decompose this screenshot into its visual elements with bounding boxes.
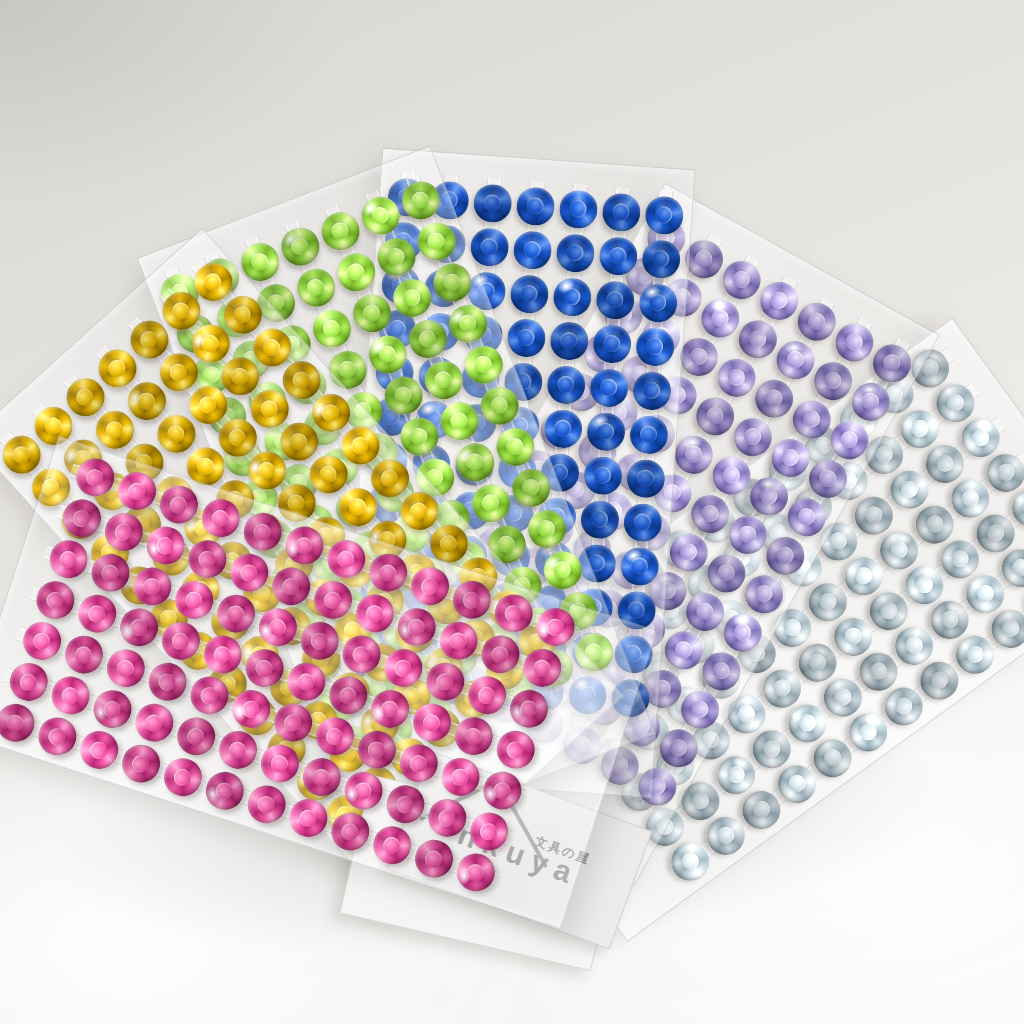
rhinestone-blue	[580, 499, 621, 540]
gem-facet	[296, 807, 319, 830]
gem-facet	[905, 636, 923, 654]
gem-facet	[170, 766, 194, 790]
gem-facet	[475, 684, 499, 708]
gem-facet	[394, 793, 416, 815]
gem-facet	[195, 548, 219, 572]
gem-facet	[606, 244, 629, 267]
gem-facet	[491, 646, 509, 664]
gem-facet	[714, 561, 738, 585]
rhinestone-blue	[626, 458, 667, 499]
rhinestone-pink	[184, 535, 232, 583]
rhinestone-pink	[58, 494, 106, 542]
gem-facet	[42, 415, 65, 438]
gem-facet	[360, 302, 383, 325]
gem-facet	[419, 576, 441, 598]
rhinestone-blue	[546, 365, 587, 406]
gem-facet	[853, 565, 873, 585]
gem-facet	[58, 684, 82, 708]
gem-facet	[281, 711, 305, 735]
rhinestone-blue	[509, 274, 550, 315]
gem-facet	[407, 752, 430, 775]
gem-facet	[433, 670, 457, 694]
gem-facet	[552, 417, 574, 439]
rhinestone-pink	[32, 576, 80, 624]
gem-facet	[289, 235, 311, 257]
gem-facet	[650, 248, 672, 270]
rhinestone-pink	[212, 590, 260, 638]
gem-facet	[308, 630, 330, 652]
gem-facet	[319, 401, 342, 424]
gem-facet	[689, 788, 713, 812]
gem-facet	[805, 309, 829, 333]
rhinestone-pink	[142, 522, 190, 570]
gem-facet	[167, 494, 189, 516]
gem-facet	[877, 598, 901, 622]
gem-facet	[783, 348, 807, 372]
rhinestone-blue	[469, 227, 510, 268]
rhinestone-pink	[155, 481, 203, 529]
gem-facet	[279, 575, 303, 599]
rhinestone-green	[356, 191, 405, 240]
rhinestone-pink	[410, 835, 458, 883]
gem-facet	[961, 488, 980, 507]
gem-facet	[381, 701, 398, 718]
gem-facet	[724, 763, 747, 786]
rhinestone-blue	[558, 189, 599, 230]
gem-facet	[439, 535, 457, 553]
gem-facet	[672, 638, 696, 662]
gem-facet	[487, 394, 511, 418]
gem-facet	[750, 798, 772, 820]
rhinestone-pink	[5, 658, 53, 706]
rhinestone-pink	[239, 508, 287, 556]
gem-facet	[821, 746, 845, 770]
rhinestone-pink	[479, 767, 527, 815]
gem-facet	[802, 409, 822, 429]
rhinestone-green	[403, 315, 452, 364]
gem-facet	[424, 850, 443, 869]
gem-facet	[136, 390, 157, 411]
gem-facet	[568, 199, 588, 219]
gem-facet	[559, 331, 578, 350]
rhinestone-pink	[285, 794, 333, 842]
rhinestone-pink	[131, 699, 179, 747]
gem-facet	[566, 244, 584, 262]
gem-facet	[898, 477, 922, 501]
gem-facet	[287, 494, 306, 513]
gem-facet	[336, 550, 355, 569]
gem-facet	[827, 530, 849, 552]
rhinestone-pink	[435, 617, 483, 665]
gem-facet	[316, 463, 339, 486]
gem-facet	[984, 521, 1007, 544]
rhinestone-pink	[421, 658, 469, 706]
gem-facet	[845, 333, 863, 351]
gem-facet	[226, 604, 245, 623]
gem-facet	[543, 615, 567, 639]
gem-facet	[689, 347, 709, 367]
gem-facet	[363, 603, 385, 625]
rhinestone-pink	[241, 644, 289, 692]
rhinestone-green	[451, 438, 500, 487]
gem-facet	[781, 616, 804, 639]
gem-facet	[1010, 556, 1024, 578]
rhinestone-blue	[506, 318, 547, 359]
rhinestone-pink	[309, 576, 357, 624]
gem-facet	[479, 237, 499, 257]
gem-facet	[457, 312, 479, 334]
rhinestone-blue	[515, 186, 556, 227]
rhinestone-green	[292, 263, 341, 312]
rhinestone-pink	[199, 631, 247, 679]
rhinestone-pink	[117, 740, 165, 788]
rhinestone-green	[428, 258, 477, 307]
gem-facet	[463, 726, 484, 747]
rhinestone-pink	[227, 685, 275, 733]
gem-facet	[104, 419, 126, 441]
gem-facet	[305, 277, 326, 298]
rhinestone-pink	[353, 726, 401, 774]
gem-facet	[400, 287, 422, 309]
gem-facet	[46, 726, 68, 748]
gem-facet	[591, 464, 613, 486]
gem-facet	[501, 602, 525, 626]
rhinestone-pink	[364, 549, 412, 597]
gem-facet	[43, 589, 67, 613]
gem-facet	[16, 670, 40, 694]
gem-facet	[448, 631, 467, 650]
gem-facet	[33, 632, 51, 650]
rhinestone-pink	[296, 617, 344, 665]
gem-facet	[137, 328, 161, 352]
gem-facet	[391, 383, 415, 407]
gem-facet	[450, 412, 468, 430]
gem-facet	[260, 336, 284, 360]
gem-facet	[230, 303, 254, 327]
rhinestone-green	[475, 381, 524, 430]
gem-facet	[519, 476, 543, 500]
gem-facet	[495, 533, 517, 555]
gem-facet	[287, 431, 309, 453]
rhinestone-green	[348, 289, 397, 338]
rhinestone-blue	[623, 502, 664, 543]
photo-scene: nkuya 文具の屋	[0, 0, 1024, 1024]
rhinestone-green	[419, 356, 468, 405]
gem-facet	[747, 328, 769, 350]
gem-facet	[594, 420, 617, 443]
gem-facet	[338, 686, 357, 705]
gem-facet	[74, 646, 92, 664]
gem-facet	[928, 668, 952, 692]
gem-facet	[763, 387, 786, 410]
rhinestone-green	[467, 479, 516, 528]
gem-facet	[368, 204, 392, 228]
gem-facet	[201, 270, 224, 293]
rhinestone-pink	[60, 631, 108, 679]
rhinestone-green	[507, 463, 556, 512]
gem-facet	[349, 643, 372, 666]
rhinestone-pink	[18, 617, 66, 665]
gem-facet	[87, 739, 110, 762]
gem-facet	[237, 561, 261, 585]
rhinestone-blue	[552, 277, 593, 318]
rhinestone-pink	[267, 562, 315, 610]
gem-facet	[639, 425, 658, 444]
gem-facet	[253, 657, 275, 679]
gem-facet	[668, 737, 689, 758]
gem-facet	[381, 835, 402, 856]
rhinestone-pink	[201, 767, 249, 815]
gem-facet	[693, 599, 717, 623]
rhinestone-blue	[601, 192, 642, 233]
rhinestone-pink	[243, 780, 291, 828]
gem-facet	[603, 288, 627, 312]
gem-facet	[85, 602, 109, 626]
rhinestone-pink	[172, 712, 220, 760]
rhinestone-green	[444, 299, 493, 348]
gem-facet	[435, 807, 458, 830]
rhinestone-green	[363, 330, 412, 379]
gem-facet	[412, 192, 429, 209]
gem-facet	[472, 353, 495, 376]
gem-facet	[880, 351, 904, 375]
gem-facet	[201, 335, 219, 353]
rhinestone-pink	[311, 712, 359, 760]
gem-facet	[771, 677, 793, 699]
gem-facet	[948, 547, 972, 571]
gem-facet	[503, 435, 527, 459]
gem-facet	[624, 598, 648, 622]
gem-facet	[11, 445, 31, 465]
rhinestone-green	[412, 217, 461, 266]
gem-facet	[311, 768, 330, 787]
rhinestone-pink	[269, 699, 317, 747]
rhinestone-pink	[437, 753, 485, 801]
gem-facet	[533, 659, 551, 677]
gem-facet	[377, 563, 398, 584]
gem-facet	[631, 511, 653, 533]
rhinestone-green	[332, 248, 381, 297]
gem-facet	[610, 201, 633, 224]
rhinestone-pink	[326, 808, 374, 856]
rhinestone-pink	[490, 589, 538, 637]
gem-facet	[345, 261, 367, 283]
gem-facet	[589, 509, 610, 530]
gem-facet	[491, 780, 512, 801]
gem-facet	[57, 549, 79, 571]
rhinestone-pink	[505, 685, 553, 733]
rhinestone-pink	[226, 549, 274, 597]
gem-facet	[690, 700, 709, 719]
gem-facet	[628, 555, 651, 578]
rhinestone-pink	[532, 603, 580, 651]
rhinestone-pink	[89, 685, 137, 733]
rhinestone-green	[538, 546, 587, 595]
rhinestone-pink	[452, 848, 500, 896]
rhinestone-pink	[87, 549, 135, 597]
rhinestone-blue	[589, 368, 630, 409]
gem-facet	[295, 537, 312, 554]
gem-facet	[83, 466, 107, 490]
rhinestone-pink	[115, 603, 163, 651]
gem-facet	[211, 643, 234, 666]
gem-facet	[551, 558, 574, 581]
gem-facet	[736, 523, 759, 546]
rhinestone-pink	[100, 508, 148, 556]
gem-facet	[645, 337, 664, 356]
gem-facet	[407, 424, 431, 448]
gem-facet	[652, 203, 675, 226]
gem-facet	[322, 725, 346, 749]
gem-facet	[107, 358, 127, 378]
gem-facet	[806, 651, 829, 674]
rhinestone-pink	[159, 753, 207, 801]
rhinestone-pink	[281, 522, 329, 570]
gem-facet	[600, 332, 624, 356]
gem-facet	[271, 755, 289, 773]
rhinestone-blue	[549, 321, 590, 362]
gem-facet	[681, 852, 700, 871]
rhinestone-pink	[351, 590, 399, 638]
gem-facet	[125, 480, 148, 503]
rhinestone-pink	[340, 767, 388, 815]
rhinestone-pink	[298, 753, 346, 801]
gem-facet	[212, 779, 236, 803]
gem-facet	[701, 504, 719, 522]
gem-facet	[692, 247, 715, 270]
rhinestone-green	[491, 422, 540, 471]
rhinestone-blue	[592, 324, 633, 365]
gem-facet	[758, 485, 781, 508]
gem-facet	[193, 455, 216, 478]
gem-facet	[647, 292, 668, 313]
rhinestone-pink	[492, 726, 540, 774]
gem-facet	[129, 752, 153, 776]
gem-facet	[797, 712, 818, 733]
gem-facet	[391, 656, 415, 680]
gem-facet	[926, 515, 943, 532]
gem-facet	[230, 367, 249, 386]
gem-facet	[346, 495, 370, 519]
gem-facet	[730, 268, 752, 290]
gem-facet	[555, 374, 576, 395]
rhinestone-green	[396, 176, 445, 225]
rhinestone-green	[459, 340, 508, 389]
rhinestone-pink	[254, 603, 302, 651]
gem-facet	[100, 563, 120, 583]
gem-facet	[514, 326, 537, 349]
rhinestone-pink	[73, 590, 121, 638]
gem-facet	[353, 781, 374, 802]
gem-facet	[837, 428, 861, 452]
rhinestone-green	[276, 222, 325, 271]
rhinestone-pink	[71, 454, 119, 502]
gem-facet	[635, 468, 656, 489]
gem-facet	[862, 503, 885, 526]
gem-facet	[733, 623, 752, 642]
gem-facet	[296, 672, 317, 693]
rhinestone-pink	[382, 780, 430, 828]
gem-facet	[375, 342, 399, 366]
rhinestone-blue	[629, 415, 670, 456]
gem-facet	[321, 589, 344, 612]
gem-facet	[267, 617, 288, 638]
rhinestone-green	[316, 207, 365, 256]
gem-facet	[259, 398, 280, 419]
gem-facet	[248, 250, 271, 273]
gem-facet	[940, 610, 960, 630]
rhinestone-blue	[598, 236, 639, 277]
gem-facet	[703, 404, 727, 428]
gem-facet	[422, 713, 441, 732]
gem-facet	[824, 371, 842, 389]
gem-facet	[890, 540, 909, 559]
gem-facet	[817, 591, 839, 613]
rhinestone-pink	[368, 821, 416, 869]
gem-facet	[947, 394, 964, 411]
gem-facet	[713, 662, 730, 679]
gem-facet	[736, 704, 756, 724]
gem-facet	[339, 821, 361, 843]
rhinestone-pink	[0, 699, 40, 747]
gem-facet	[477, 820, 501, 844]
gem-facet	[166, 361, 190, 385]
rhinestone-pink	[477, 630, 525, 678]
rhinestone-pink	[186, 671, 234, 719]
gem-facet	[239, 698, 262, 721]
gem-facet	[682, 442, 706, 466]
rhinestone-pink	[102, 644, 150, 692]
gem-facet	[186, 727, 206, 747]
gem-facet	[769, 290, 789, 310]
gem-facet	[563, 288, 581, 306]
rhinestone-pink	[113, 467, 161, 515]
gem-facet	[483, 194, 501, 212]
gem-facet	[774, 544, 796, 566]
rhinestone-pink	[450, 712, 498, 760]
gem-facet	[520, 238, 544, 262]
rhinestone-blue	[583, 455, 624, 496]
rhinestone-blue	[641, 239, 682, 280]
rhinestone-green	[307, 304, 356, 353]
gem-facet	[101, 698, 124, 721]
gem-facet	[127, 616, 151, 640]
gem-facet	[254, 793, 278, 817]
rhinestone-pink	[324, 671, 372, 719]
gem-facet	[725, 366, 748, 389]
gem-facet	[467, 864, 484, 881]
rhinestone-green	[435, 397, 484, 446]
gem-facet	[226, 427, 248, 449]
gem-facet	[535, 517, 559, 541]
gem-facet	[1020, 496, 1024, 518]
gem-facet	[185, 592, 203, 610]
rhinestone-blue	[512, 230, 553, 271]
rhinestone-blue	[586, 412, 627, 453]
rhinestone-pink	[322, 535, 370, 583]
gem-facet	[153, 534, 176, 557]
rhinestone-pink	[408, 699, 456, 747]
gem-facet	[523, 194, 547, 218]
gem-facet	[409, 501, 428, 520]
gem-facet	[322, 319, 341, 338]
gem-facet	[417, 328, 438, 349]
gem-facet	[841, 625, 865, 649]
rhinestone-pink	[144, 658, 192, 706]
gem-facet	[597, 376, 621, 400]
rhinestone-pink	[256, 740, 304, 788]
rhinestone-pink	[518, 644, 566, 692]
